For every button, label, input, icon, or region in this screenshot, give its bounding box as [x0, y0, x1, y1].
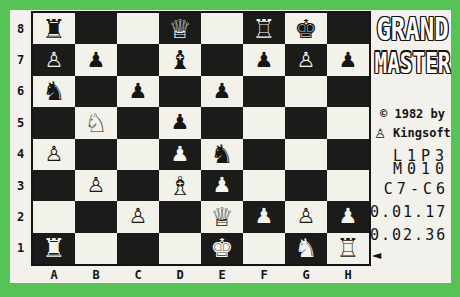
- piece-black-pawn: ♟: [255, 50, 274, 71]
- square-g1[interactable]: ♞: [285, 233, 327, 264]
- square-f1[interactable]: [243, 233, 285, 264]
- file-label-H: H: [327, 266, 369, 284]
- cursor-marker: ◄: [372, 248, 381, 262]
- square-b5[interactable]: ♘: [75, 107, 117, 138]
- piece-black-queen: ♕: [168, 16, 191, 42]
- piece-white-queen: ♕: [210, 204, 233, 230]
- piece-white-king: ♚: [210, 235, 233, 261]
- piece-black-pawn: ♟: [87, 50, 106, 71]
- rank-label-8: 8: [10, 13, 31, 44]
- copyright-text: © 1982 by: [374, 107, 451, 121]
- piece-white-pawn: ♙: [45, 144, 64, 165]
- app-title-line2: MASTER: [374, 47, 451, 79]
- square-g7[interactable]: ♙: [285, 44, 327, 75]
- square-f8[interactable]: ♖: [243, 13, 285, 44]
- piece-black-pawn: ♟: [339, 50, 358, 71]
- piece-white-rook: ♖: [336, 235, 359, 261]
- piece-white-pawn: ♙: [129, 206, 148, 227]
- square-h1[interactable]: ♖: [327, 233, 369, 264]
- piece-black-pawn: ♟: [129, 81, 148, 102]
- file-label-E: E: [201, 266, 243, 284]
- piece-black-pawn: ♙: [45, 50, 64, 71]
- piece-white-pawn: ♟: [339, 206, 358, 227]
- square-b7[interactable]: ♟: [75, 44, 117, 75]
- piece-black-rook: ♖: [252, 16, 275, 42]
- piece-white-knight: ♘: [84, 110, 107, 136]
- square-g2[interactable]: ♙: [285, 201, 327, 232]
- square-e2[interactable]: ♕: [201, 201, 243, 232]
- file-label-C: C: [117, 266, 159, 284]
- clock-white: 0.01.17: [370, 203, 454, 221]
- square-e1[interactable]: ♚: [201, 233, 243, 264]
- square-c4[interactable]: [117, 139, 159, 170]
- piece-black-pawn: ♙: [297, 50, 316, 71]
- square-h7[interactable]: ♟: [327, 44, 369, 75]
- square-c5[interactable]: [117, 107, 159, 138]
- square-h2[interactable]: ♟: [327, 201, 369, 232]
- rank-label-5: 5: [10, 107, 31, 138]
- square-d7[interactable]: ♝: [159, 44, 201, 75]
- square-b2[interactable]: [75, 201, 117, 232]
- rank-label-4: 4: [10, 139, 31, 170]
- square-d5[interactable]: ♟: [159, 107, 201, 138]
- square-h3[interactable]: [327, 170, 369, 201]
- piece-black-pawn: ♟: [213, 81, 232, 102]
- file-label-B: B: [75, 266, 117, 284]
- publisher-name: Kingsoft: [393, 126, 451, 140]
- square-b6[interactable]: [75, 76, 117, 107]
- rank-label-2: 2: [10, 201, 31, 232]
- square-f5[interactable]: [243, 107, 285, 138]
- piece-white-pawn: ♟: [255, 206, 274, 227]
- play-area: 87654321 ♜♕♖♚♙♟♝♟♙♟♞♟♟♘♟♙♟♞♙♗♟♙♕♟♙♟♜♚♞♖ …: [10, 10, 451, 283]
- square-a3[interactable]: [33, 170, 75, 201]
- square-g3[interactable]: [285, 170, 327, 201]
- piece-white-pawn: ♙: [297, 206, 316, 227]
- piece-white-rook: ♜: [42, 235, 65, 261]
- game-screen: 87654321 ♜♕♖♚♙♟♝♟♙♟♞♟♟♘♟♙♟♞♙♗♟♙♕♟♙♟♜♚♞♖ …: [0, 0, 460, 297]
- square-f2[interactable]: ♟: [243, 201, 285, 232]
- last-move: C7-C6: [384, 180, 449, 198]
- square-b3[interactable]: ♙: [75, 170, 117, 201]
- square-g6[interactable]: [285, 76, 327, 107]
- square-f6[interactable]: [243, 76, 285, 107]
- square-h6[interactable]: [327, 76, 369, 107]
- square-e7[interactable]: [201, 44, 243, 75]
- clock-black: 0.02.36: [370, 226, 454, 244]
- square-b1[interactable]: [75, 233, 117, 264]
- board: ♜♕♖♚♙♟♝♟♙♟♞♟♟♘♟♙♟♞♙♗♟♙♕♟♙♟♜♚♞♖: [31, 11, 371, 266]
- square-c6[interactable]: ♟: [117, 76, 159, 107]
- rank-label-6: 6: [10, 76, 31, 107]
- square-h5[interactable]: [327, 107, 369, 138]
- file-label-D: D: [159, 266, 201, 284]
- file-labels: ABCDEFGH: [33, 266, 369, 284]
- square-d3[interactable]: ♗: [159, 170, 201, 201]
- rank-label-1: 1: [10, 233, 31, 264]
- piece-white-bishop: ♗: [168, 173, 191, 199]
- square-a2[interactable]: [33, 201, 75, 232]
- square-a4[interactable]: ♙: [33, 139, 75, 170]
- app-title-line1: GRAND: [374, 13, 451, 45]
- piece-black-rook: ♜: [42, 16, 65, 42]
- square-a8[interactable]: ♜: [33, 13, 75, 44]
- square-h8[interactable]: [327, 13, 369, 44]
- square-b8[interactable]: [75, 13, 117, 44]
- piece-white-pawn: ♟: [171, 144, 190, 165]
- square-c3[interactable]: [117, 170, 159, 201]
- piece-black-bishop: ♝: [168, 47, 191, 73]
- square-d4[interactable]: ♟: [159, 139, 201, 170]
- square-d2[interactable]: [159, 201, 201, 232]
- square-c8[interactable]: [117, 13, 159, 44]
- square-d1[interactable]: [159, 233, 201, 264]
- move-number: M010: [393, 160, 449, 178]
- pawn-icon: ♙: [374, 126, 386, 141]
- file-label-A: A: [33, 266, 75, 284]
- square-f7[interactable]: ♟: [243, 44, 285, 75]
- square-e8[interactable]: [201, 13, 243, 44]
- square-c7[interactable]: [117, 44, 159, 75]
- square-c1[interactable]: [117, 233, 159, 264]
- square-g5[interactable]: [285, 107, 327, 138]
- square-e6[interactable]: ♟: [201, 76, 243, 107]
- square-e4[interactable]: ♞: [201, 139, 243, 170]
- publisher-line: ♙ Kingsoft: [374, 126, 451, 141]
- rank-label-3: 3: [10, 170, 31, 201]
- piece-black-pawn: ♟: [171, 112, 190, 133]
- square-a5[interactable]: [33, 107, 75, 138]
- info-panel: GRAND MASTER © 1982 by ♙ Kingsoft L1P3 M…: [374, 10, 451, 283]
- square-e5[interactable]: [201, 107, 243, 138]
- square-b4[interactable]: [75, 139, 117, 170]
- square-a6[interactable]: ♞: [33, 76, 75, 107]
- square-e3[interactable]: ♟: [201, 170, 243, 201]
- piece-black-king: ♚: [294, 16, 317, 42]
- piece-white-pawn: ♙: [87, 175, 106, 196]
- file-label-F: F: [243, 266, 285, 284]
- piece-black-knight: ♞: [210, 141, 233, 167]
- square-a1[interactable]: ♜: [33, 233, 75, 264]
- square-d8[interactable]: ♕: [159, 13, 201, 44]
- square-f3[interactable]: [243, 170, 285, 201]
- piece-white-pawn: ♟: [213, 175, 232, 196]
- rank-labels: 87654321: [10, 13, 31, 264]
- square-a7[interactable]: ♙: [33, 44, 75, 75]
- square-h4[interactable]: [327, 139, 369, 170]
- piece-black-knight: ♞: [42, 78, 65, 104]
- file-label-G: G: [285, 266, 327, 284]
- square-g8[interactable]: ♚: [285, 13, 327, 44]
- square-g4[interactable]: [285, 139, 327, 170]
- square-c2[interactable]: ♙: [117, 201, 159, 232]
- square-d6[interactable]: [159, 76, 201, 107]
- rank-label-7: 7: [10, 44, 31, 75]
- square-f4[interactable]: [243, 139, 285, 170]
- piece-white-knight: ♞: [294, 235, 317, 261]
